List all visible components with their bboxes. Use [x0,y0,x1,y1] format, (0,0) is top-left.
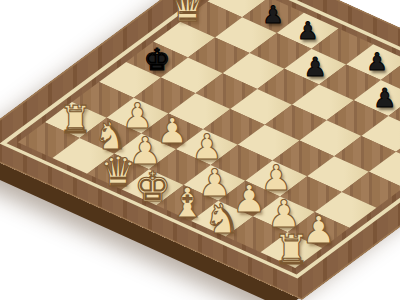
board-frame: ♟♟♟♟♟♟♚♟♟♟♟♜♞♟♟♟♟♟♛♚♝♞♜ [0,0,400,300]
piece-black-king[interactable]: ♚ [135,38,179,82]
photo-scene: ♟♟♟♟♟♟♚♟♟♟♟♜♞♟♟♟♟♟♛♚♝♞♜ ♛ [0,0,400,300]
piece-white-rook[interactable]: ♜ [269,228,313,272]
piece-black-pawn[interactable]: ♟ [363,76,400,120]
chess-board: ♟♟♟♟♟♟♚♟♟♟♟♜♞♟♟♟♟♟♛♚♝♞♜ [18,0,400,268]
board-inner-margin: ♟♟♟♟♟♟♚♟♟♟♟♜♞♟♟♟♟♟♛♚♝♞♜ [7,0,400,275]
piece-black-pawn[interactable]: ♟ [293,45,337,89]
piece-white-knight[interactable]: ♞ [200,197,244,241]
off-board-white-queen[interactable]: ♛ [168,0,207,28]
board-border-line: ♟♟♟♟♟♟♚♟♟♟♟♜♞♟♟♟♟♟♛♚♝♞♜ [0,0,400,279]
